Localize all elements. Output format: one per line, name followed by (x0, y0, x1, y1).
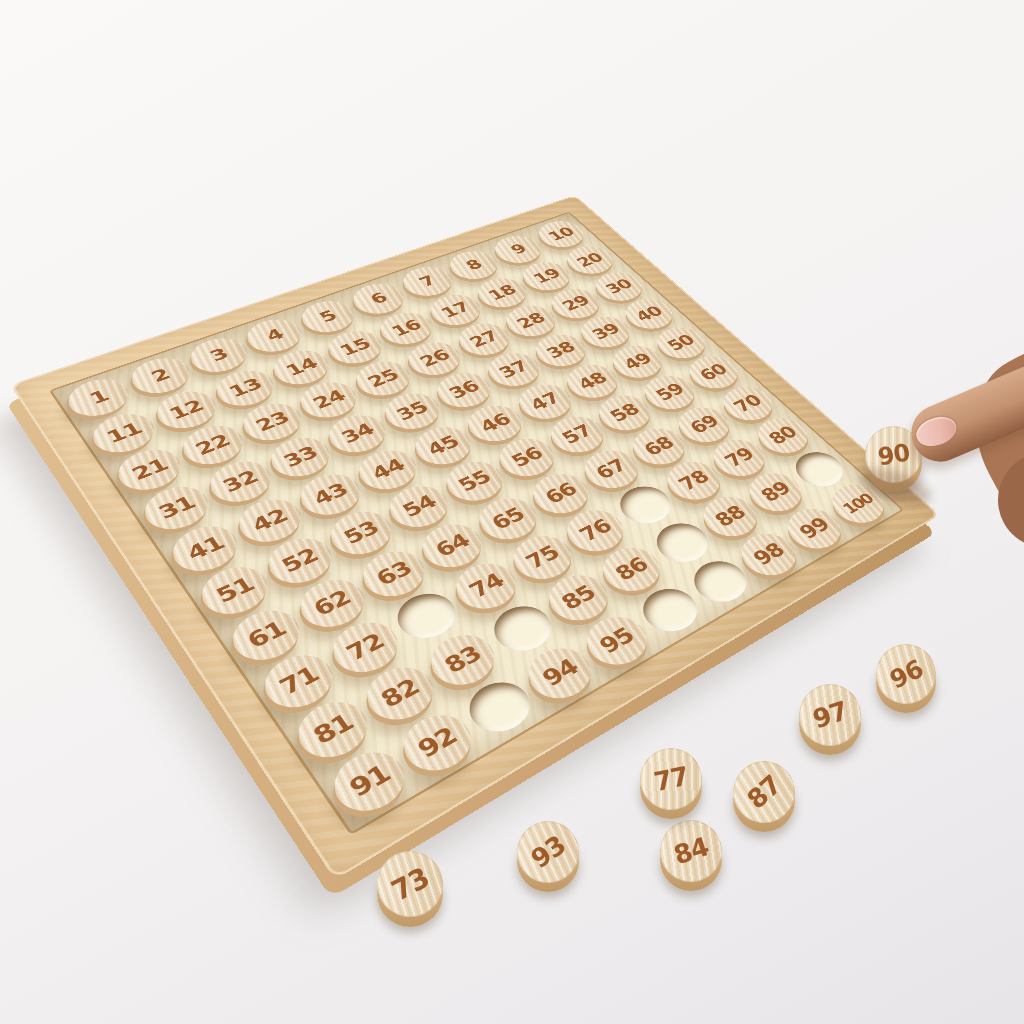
disc-number: 84 (652, 812, 730, 890)
loose-disc-87[interactable]: 87 (733, 761, 795, 832)
hand-palm (947, 324, 1024, 567)
disc-number: 73 (365, 839, 454, 928)
held-disc-90[interactable]: 90 (865, 426, 922, 492)
loose-disc-84[interactable]: 84 (660, 820, 722, 891)
scene: 1234567891011121314151617181920212223242… (0, 0, 1024, 1024)
disc-number: 87 (720, 748, 808, 836)
board-grid: 1234567891011121314151617181920212223242… (49, 212, 905, 836)
hundred-board: 1234567891011121314151617181920212223242… (10, 195, 940, 880)
disc-number: 93 (505, 809, 591, 895)
disc-number: 96 (866, 634, 946, 714)
loose-disc-96[interactable]: 96 (876, 644, 936, 713)
disc-number: 97 (791, 676, 869, 754)
curled-finger (987, 441, 1024, 560)
loose-disc-73[interactable]: 73 (377, 851, 443, 927)
loose-disc-93[interactable]: 93 (517, 821, 579, 892)
loose-disc-77[interactable]: 77 (640, 748, 702, 819)
loose-disc-97[interactable]: 97 (799, 684, 861, 755)
